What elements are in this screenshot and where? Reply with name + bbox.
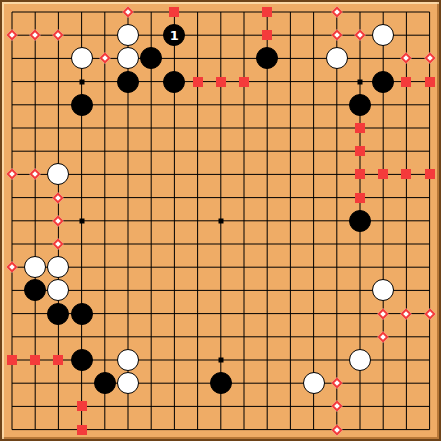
stones-layer: 1 bbox=[0, 0, 441, 441]
white-stone bbox=[71, 47, 93, 69]
black-stone bbox=[372, 71, 394, 93]
black-stone: 1 bbox=[163, 24, 185, 46]
black-stone bbox=[140, 47, 162, 69]
black-stone bbox=[163, 71, 185, 93]
black-stone bbox=[94, 372, 116, 394]
white-stone bbox=[117, 372, 139, 394]
black-stone bbox=[71, 94, 93, 116]
white-stone bbox=[47, 256, 69, 278]
black-stone bbox=[349, 210, 371, 232]
white-stone bbox=[372, 24, 394, 46]
black-stone bbox=[24, 279, 46, 301]
black-stone bbox=[349, 94, 371, 116]
black-stone bbox=[47, 303, 69, 325]
white-stone bbox=[349, 349, 371, 371]
white-stone bbox=[326, 47, 348, 69]
white-stone bbox=[117, 47, 139, 69]
black-stone bbox=[256, 47, 278, 69]
white-stone bbox=[117, 349, 139, 371]
black-stone bbox=[210, 372, 232, 394]
move-number-label: 1 bbox=[170, 29, 179, 42]
white-stone bbox=[372, 279, 394, 301]
white-stone bbox=[117, 24, 139, 46]
white-stone bbox=[24, 256, 46, 278]
white-stone bbox=[47, 279, 69, 301]
white-stone bbox=[303, 372, 325, 394]
go-diagram: 1 bbox=[0, 0, 441, 441]
black-stone bbox=[117, 71, 139, 93]
white-stone bbox=[47, 163, 69, 185]
black-stone bbox=[71, 349, 93, 371]
black-stone bbox=[71, 303, 93, 325]
